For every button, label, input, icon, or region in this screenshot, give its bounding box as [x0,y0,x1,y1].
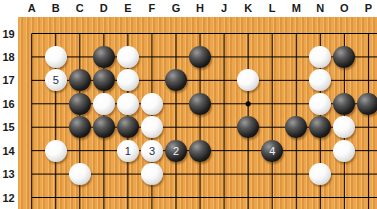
move-number-3: 3 [141,140,163,162]
stone-black-H18[interactable] [189,46,211,68]
stone-white-F14[interactable]: 3 [141,140,163,162]
stone-white-E16[interactable] [117,93,139,115]
row-label-16: 16 [0,97,17,111]
move-number-5: 5 [45,69,67,91]
column-label-G: G [172,1,181,15]
stone-black-C17[interactable] [69,69,91,91]
stone-white-F15[interactable] [141,116,163,138]
stone-black-C16[interactable] [69,93,91,115]
column-label-L: L [269,1,276,15]
column-label-P: P [365,1,372,15]
column-label-M: M [292,1,301,15]
move-number-1: 1 [117,140,139,162]
stone-black-H16[interactable] [189,93,211,115]
column-label-N: N [316,1,324,15]
stone-white-B18[interactable] [45,46,67,68]
stone-black-O16[interactable] [333,93,355,115]
column-label-O: O [340,1,349,15]
stone-white-B14[interactable] [45,140,67,162]
stone-white-O14[interactable] [333,140,355,162]
row-label-12: 12 [0,191,17,205]
stone-black-P16[interactable] [357,93,377,115]
row-label-14: 14 [0,144,17,158]
column-label-A: A [28,1,36,15]
stone-white-E14[interactable]: 1 [117,140,139,162]
move-number-4: 4 [261,140,283,162]
stone-black-C15[interactable] [69,116,91,138]
stone-white-B17[interactable]: 5 [45,69,67,91]
row-label-19: 19 [0,27,17,41]
stone-black-E15[interactable] [117,116,139,138]
stone-white-E18[interactable] [117,46,139,68]
stone-black-D15[interactable] [93,116,115,138]
column-label-K: K [244,1,252,15]
stone-black-G14[interactable]: 2 [165,140,187,162]
column-label-H: H [196,1,204,15]
stone-white-F16[interactable] [141,93,163,115]
stone-black-L14[interactable]: 4 [261,140,283,162]
column-label-J: J [221,1,227,15]
column-label-C: C [76,1,84,15]
row-label-13: 13 [0,167,17,181]
column-label-E: E [124,1,131,15]
column-label-B: B [52,1,60,15]
column-label-D: D [100,1,108,15]
row-label-15: 15 [0,120,17,134]
move-number-2: 2 [165,140,187,162]
go-diagram: ABCDEFGHJKLMNOP 1918171615141312 51324 [0,0,377,209]
row-label-17: 17 [0,73,17,87]
stone-white-F13[interactable] [141,163,163,185]
stone-black-D18[interactable] [93,46,115,68]
column-label-F: F [149,1,156,15]
row-label-18: 18 [0,50,17,64]
stone-white-N16[interactable] [309,93,331,115]
stone-black-H14[interactable] [189,140,211,162]
stone-white-D16[interactable] [93,93,115,115]
stone-white-C13[interactable] [69,163,91,185]
